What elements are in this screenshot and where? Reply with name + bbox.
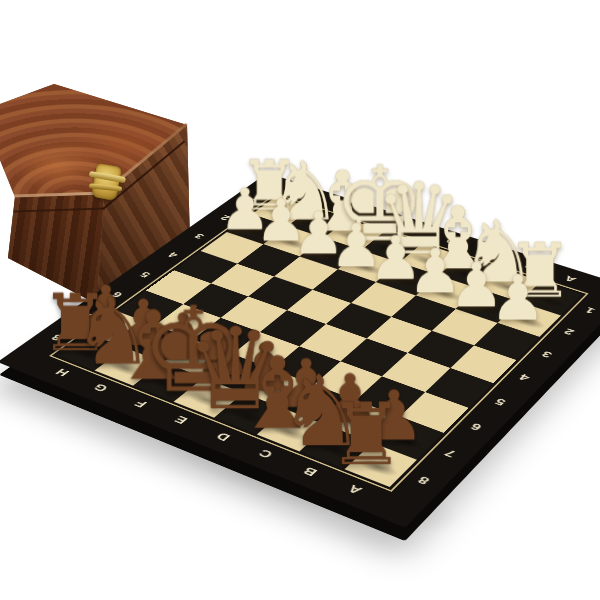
file-label-c-near: C	[255, 447, 276, 461]
rank-label-3-right: 3	[538, 349, 554, 360]
file-label-a-near: A	[344, 483, 365, 498]
rank-label-4-right: 4	[515, 372, 532, 383]
chessboard: ♜♞♝♚♛♝♞♜♟♟♟♟♟♟♟♟♟♟♟♟♟♟♟♟♜♞♝♚♛♝♞♜ HH11GG2…	[0, 173, 600, 527]
rank-label-5-right: 5	[492, 396, 509, 408]
rank-label-8-right: 8	[414, 474, 432, 487]
rank-label-6-right: 6	[467, 421, 484, 433]
rank-label-2-right: 2	[561, 327, 577, 338]
square-h4[interactable]	[174, 251, 237, 283]
rank-label-7-right: 7	[441, 447, 459, 460]
rank-label-1-right: 1	[582, 305, 597, 315]
file-label-g-near: G	[90, 382, 111, 395]
rank-label-3-left: 3	[191, 232, 207, 241]
product-photo-scene: ♜♞♝♚♛♝♞♜♟♟♟♟♟♟♟♟♟♟♟♟♟♟♟♟♜♞♝♚♛♝♞♜ HH11GG2…	[0, 0, 600, 600]
rank-label-4-left: 4	[164, 251, 180, 260]
black-rook[interactable]: ♜	[328, 392, 405, 478]
file-label-h-near: H	[51, 367, 72, 379]
file-label-b-near: B	[299, 465, 320, 479]
chessboard-scene: ♜♞♝♚♛♝♞♜♟♟♟♟♟♟♟♟♟♟♟♟♟♟♟♟♜♞♝♚♛♝♞♜ HH11GG2…	[0, 0, 600, 600]
board-squares: ♜♞♝♚♛♝♞♜♟♟♟♟♟♟♟♟♟♟♟♟♟♟♟♟♜♞♝♚♛♝♞♜	[56, 196, 582, 487]
file-label-d-near: D	[212, 430, 233, 443]
white-pawn[interactable]: ♟	[490, 268, 546, 330]
